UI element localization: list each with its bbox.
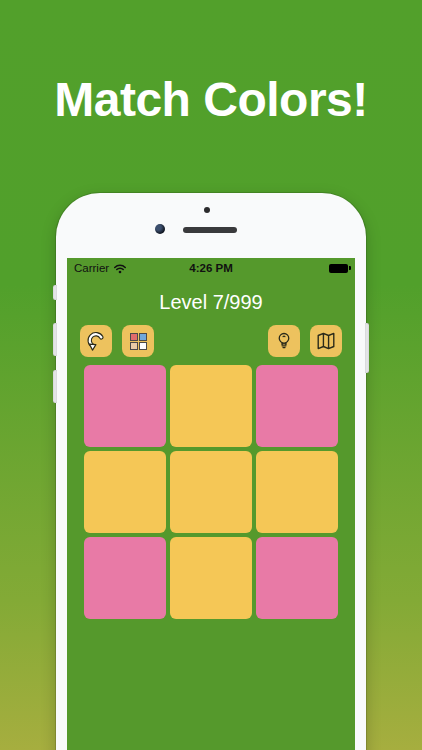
screenshot-stage: Match Colors! Carrier	[0, 0, 422, 750]
volume-up-button	[53, 323, 57, 356]
tile-r2c1-yellow[interactable]	[84, 451, 166, 533]
carrier-label: Carrier	[74, 262, 109, 274]
tile-r2c2-yellow[interactable]	[170, 451, 252, 533]
proximity-sensor-icon	[204, 207, 210, 213]
wifi-icon	[113, 263, 127, 274]
levels-button[interactable]	[310, 325, 342, 357]
earpiece-speaker	[183, 227, 237, 233]
status-bar: Carrier 4:26 PM	[67, 258, 355, 278]
color-grid-cell	[130, 342, 138, 350]
themes-button[interactable]	[122, 325, 154, 357]
toolbar-right-group	[268, 325, 342, 357]
app-screen: Carrier 4:26 PM Level 7/999	[67, 258, 355, 750]
tile-r2c3-yellow[interactable]	[256, 451, 338, 533]
tile-r1c3-pink[interactable]	[256, 365, 338, 447]
color-grid-cell	[139, 333, 147, 341]
color-grid-icon	[130, 333, 147, 350]
level-label: Level 7/999	[67, 291, 355, 314]
toolbar-left-group	[80, 325, 154, 357]
tile-r3c1-pink[interactable]	[84, 537, 166, 619]
battery-icon	[329, 264, 348, 273]
page-title: Match Colors!	[0, 72, 422, 127]
tile-r1c2-yellow[interactable]	[170, 365, 252, 447]
lightbulb-icon	[273, 330, 295, 352]
tile-grid	[84, 365, 338, 619]
color-grid-cell	[139, 342, 147, 350]
front-camera-icon	[155, 224, 165, 234]
mute-switch	[53, 285, 57, 300]
toolbar	[67, 325, 355, 357]
undo-button[interactable]	[80, 325, 112, 357]
tile-r1c1-pink[interactable]	[84, 365, 166, 447]
map-icon	[315, 330, 337, 352]
power-button	[365, 323, 369, 373]
undo-rotate-icon	[84, 329, 108, 353]
color-grid-cell	[130, 333, 138, 341]
tile-r3c3-pink[interactable]	[256, 537, 338, 619]
volume-down-button	[53, 370, 57, 403]
hint-button[interactable]	[268, 325, 300, 357]
tile-r3c2-yellow[interactable]	[170, 537, 252, 619]
phone-mockup: Carrier 4:26 PM Level 7/999	[56, 193, 366, 750]
